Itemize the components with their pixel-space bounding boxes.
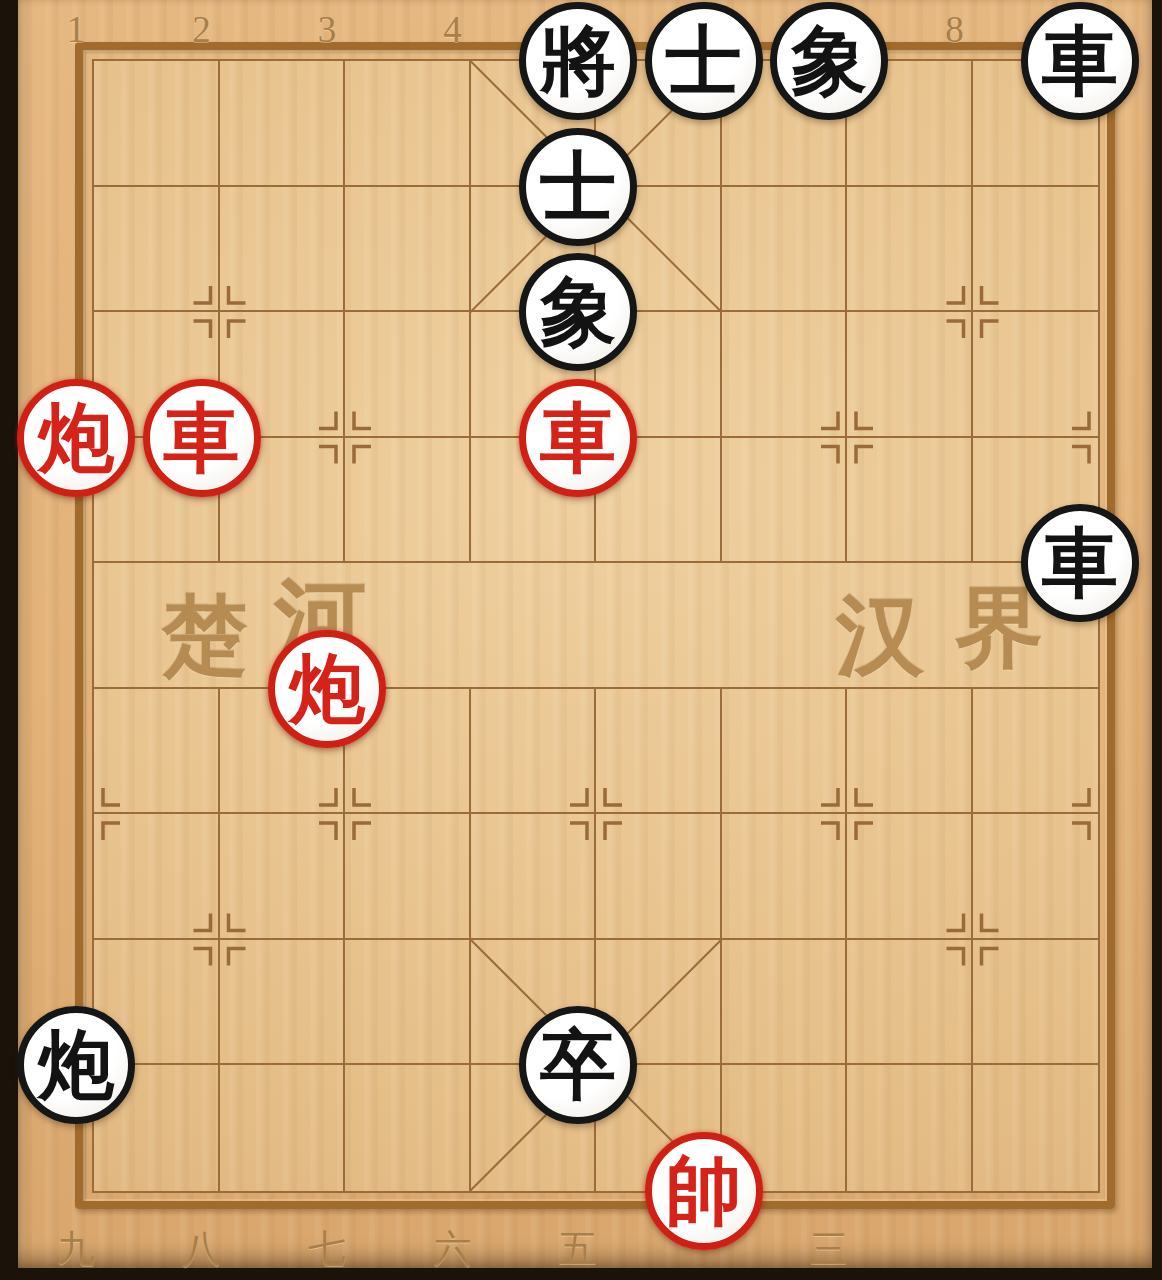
board-intersection[interactable] — [722, 563, 848, 689]
piece-black-chariot[interactable]: 車 — [1021, 504, 1139, 622]
board-intersection[interactable] — [94, 187, 220, 313]
board-intersection[interactable] — [973, 814, 1099, 940]
board-intersection[interactable] — [973, 312, 1099, 438]
piece-red-cannon[interactable]: 炮 — [268, 630, 386, 748]
file-label-top: 8 — [945, 8, 964, 51]
file-label-bottom: 九 — [57, 1224, 95, 1275]
board-intersection[interactable] — [973, 1065, 1099, 1191]
file-label-top: 4 — [443, 8, 462, 51]
board-intersection[interactable] — [94, 814, 220, 940]
piece-red-chariot[interactable]: 車 — [519, 379, 637, 497]
board-intersection[interactable] — [847, 438, 973, 564]
piece-black-elephant[interactable]: 象 — [770, 2, 888, 120]
board-intersection[interactable] — [973, 187, 1099, 313]
board-intersection[interactable] — [345, 940, 471, 1066]
board-intersection[interactable] — [973, 940, 1099, 1066]
file-label-bottom: 七 — [308, 1224, 346, 1275]
piece-black-elephant[interactable]: 象 — [519, 253, 637, 371]
board-intersection[interactable] — [345, 312, 471, 438]
board-intersection[interactable] — [220, 814, 346, 940]
piece-black-cannon[interactable]: 炮 — [17, 1006, 135, 1124]
board-intersection[interactable] — [220, 187, 346, 313]
board-intersection[interactable] — [596, 563, 722, 689]
board-intersection[interactable] — [722, 814, 848, 940]
board-intersection[interactable] — [596, 689, 722, 815]
board-intersection[interactable] — [471, 814, 597, 940]
file-label-bottom: 六 — [434, 1224, 472, 1275]
board-intersection[interactable] — [345, 814, 471, 940]
file-label-top: 3 — [318, 8, 337, 51]
board-intersection[interactable] — [722, 312, 848, 438]
board-intersection[interactable] — [345, 61, 471, 187]
board-intersection[interactable] — [596, 814, 722, 940]
river-label-char: 楚 — [162, 578, 248, 695]
board-intersection[interactable] — [94, 61, 220, 187]
board-intersection[interactable] — [345, 1065, 471, 1191]
board-intersection[interactable] — [847, 187, 973, 313]
board-intersection[interactable] — [345, 187, 471, 313]
piece-red-general[interactable]: 帥 — [645, 1132, 763, 1250]
piece-black-soldier[interactable]: 卒 — [519, 1006, 637, 1124]
file-label-bottom: 八 — [183, 1224, 221, 1275]
board-intersection[interactable] — [722, 438, 848, 564]
board-intersection[interactable] — [847, 814, 973, 940]
piece-black-advisor[interactable]: 士 — [645, 2, 763, 120]
board-intersection[interactable] — [220, 1065, 346, 1191]
board-intersection[interactable] — [847, 1065, 973, 1191]
board-intersection[interactable] — [847, 312, 973, 438]
piece-red-cannon[interactable]: 炮 — [17, 379, 135, 497]
table-surface: 楚 河 汉 界 將士象車士象炮車車車炮炮卒帥12348九八七六五三 — [18, 0, 1152, 1268]
board-intersection[interactable] — [220, 940, 346, 1066]
file-label-top: 1 — [67, 8, 86, 51]
board-intersection[interactable] — [471, 563, 597, 689]
board-intersection[interactable] — [94, 689, 220, 815]
file-label-top: 2 — [192, 8, 211, 51]
file-label-bottom: 五 — [559, 1224, 597, 1275]
board-intersection[interactable] — [471, 689, 597, 815]
xiangqi-app: 楚 河 汉 界 將士象車士象炮車車車炮炮卒帥12348九八七六五三 — [0, 0, 1162, 1280]
board-intersection[interactable] — [722, 187, 848, 313]
piece-black-general[interactable]: 將 — [519, 2, 637, 120]
board-intersection[interactable] — [220, 61, 346, 187]
piece-black-chariot[interactable]: 車 — [1021, 2, 1139, 120]
board-intersection[interactable] — [722, 940, 848, 1066]
piece-red-chariot[interactable]: 車 — [143, 379, 261, 497]
board-intersection[interactable] — [847, 940, 973, 1066]
river-label-char: 汉 — [836, 577, 924, 696]
board-intersection[interactable] — [722, 689, 848, 815]
board-intersection[interactable] — [973, 689, 1099, 815]
piece-black-advisor[interactable]: 士 — [519, 128, 637, 246]
board-intersection[interactable] — [345, 438, 471, 564]
file-label-bottom: 三 — [810, 1224, 848, 1275]
board-intersection[interactable] — [847, 689, 973, 815]
